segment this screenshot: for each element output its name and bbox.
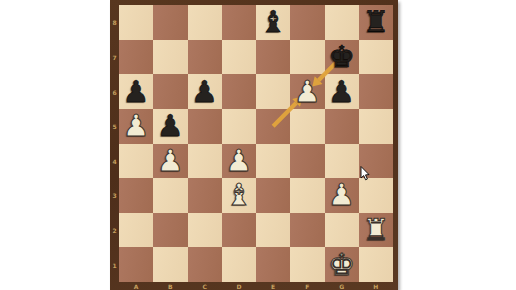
rank-label-3: 3: [110, 192, 119, 199]
square-d1[interactable]: [222, 247, 256, 282]
square-c2[interactable]: [188, 213, 222, 248]
rank-label-1: 1: [110, 261, 119, 268]
square-f5[interactable]: [290, 109, 324, 144]
square-g8[interactable]: [325, 5, 359, 40]
square-c1[interactable]: [188, 247, 222, 282]
square-h8[interactable]: ♜: [359, 5, 393, 40]
rank-label-8: 8: [110, 19, 119, 26]
square-c5[interactable]: [188, 109, 222, 144]
square-b4[interactable]: ♟: [153, 144, 187, 179]
square-a6[interactable]: ♟: [119, 74, 153, 109]
square-a3[interactable]: [119, 178, 153, 213]
square-d3[interactable]: ♝: [222, 178, 256, 213]
square-g7[interactable]: ♚: [325, 40, 359, 75]
square-a4[interactable]: [119, 144, 153, 179]
file-label-f: F: [305, 283, 309, 290]
square-f2[interactable]: [290, 213, 324, 248]
square-d2[interactable]: [222, 213, 256, 248]
square-e1[interactable]: [256, 247, 290, 282]
square-c8[interactable]: [188, 5, 222, 40]
square-c4[interactable]: [188, 144, 222, 179]
square-g1[interactable]: ♚: [325, 247, 359, 282]
piece-white-pawn-f6[interactable]: ♟: [290, 74, 324, 109]
square-e3[interactable]: [256, 178, 290, 213]
square-f3[interactable]: [290, 178, 324, 213]
piece-black-pawn-g6[interactable]: ♟: [325, 74, 359, 109]
rank-label-7: 7: [110, 53, 119, 60]
piece-white-pawn-a5[interactable]: ♟: [119, 109, 153, 144]
square-e8[interactable]: ♝: [256, 5, 290, 40]
piece-white-pawn-g3[interactable]: ♟: [325, 178, 359, 213]
square-g2[interactable]: [325, 213, 359, 248]
square-h7[interactable]: [359, 40, 393, 75]
square-f8[interactable]: [290, 5, 324, 40]
square-d5[interactable]: [222, 109, 256, 144]
square-a5[interactable]: ♟: [119, 109, 153, 144]
board-squares: ♝♜♚♟♟♟♟♟♟♟♟♝♟♜♚: [119, 5, 393, 282]
square-e7[interactable]: [256, 40, 290, 75]
piece-black-bishop-e8[interactable]: ♝: [256, 5, 290, 40]
page-background: ♝♜♚♟♟♟♟♟♟♟♟♝♟♜♚ 87654321ABCDEFGH: [0, 0, 516, 290]
rank-label-6: 6: [110, 88, 119, 95]
square-c7[interactable]: [188, 40, 222, 75]
square-f4[interactable]: [290, 144, 324, 179]
square-h6[interactable]: [359, 74, 393, 109]
file-label-a: A: [134, 283, 139, 290]
square-b7[interactable]: [153, 40, 187, 75]
square-h2[interactable]: ♜: [359, 213, 393, 248]
square-a1[interactable]: [119, 247, 153, 282]
square-d4[interactable]: ♟: [222, 144, 256, 179]
square-b2[interactable]: [153, 213, 187, 248]
square-a8[interactable]: [119, 5, 153, 40]
file-label-h: H: [373, 283, 378, 290]
square-f7[interactable]: [290, 40, 324, 75]
square-h3[interactable]: [359, 178, 393, 213]
rank-label-5: 5: [110, 123, 119, 130]
square-h1[interactable]: [359, 247, 393, 282]
square-e6[interactable]: [256, 74, 290, 109]
square-b1[interactable]: [153, 247, 187, 282]
square-e4[interactable]: [256, 144, 290, 179]
square-b5[interactable]: ♟: [153, 109, 187, 144]
square-b8[interactable]: [153, 5, 187, 40]
square-c6[interactable]: ♟: [188, 74, 222, 109]
square-h5[interactable]: [359, 109, 393, 144]
file-label-b: B: [168, 283, 173, 290]
square-e5[interactable]: [256, 109, 290, 144]
chess-board: ♝♜♚♟♟♟♟♟♟♟♟♝♟♜♚ 87654321ABCDEFGH: [110, 0, 398, 290]
square-f6[interactable]: ♟: [290, 74, 324, 109]
piece-black-pawn-c6[interactable]: ♟: [188, 74, 222, 109]
square-d8[interactable]: [222, 5, 256, 40]
square-b6[interactable]: [153, 74, 187, 109]
file-label-c: C: [202, 283, 206, 290]
square-g5[interactable]: [325, 109, 359, 144]
rank-label-2: 2: [110, 227, 119, 234]
piece-black-king-g7[interactable]: ♚: [325, 40, 359, 75]
piece-white-pawn-d4[interactable]: ♟: [222, 144, 256, 179]
file-label-g: G: [339, 283, 344, 290]
square-a2[interactable]: [119, 213, 153, 248]
piece-black-pawn-a6[interactable]: ♟: [119, 74, 153, 109]
square-h4[interactable]: [359, 144, 393, 179]
piece-white-bishop-d3[interactable]: ♝: [222, 178, 256, 213]
rank-label-4: 4: [110, 157, 119, 164]
square-f1[interactable]: [290, 247, 324, 282]
piece-white-pawn-b4[interactable]: ♟: [153, 144, 187, 179]
square-g6[interactable]: ♟: [325, 74, 359, 109]
file-label-e: E: [271, 283, 275, 290]
piece-white-king-g1[interactable]: ♚: [325, 247, 359, 282]
piece-white-rook-h2[interactable]: ♜: [359, 213, 393, 248]
square-d6[interactable]: [222, 74, 256, 109]
square-a7[interactable]: [119, 40, 153, 75]
square-e2[interactable]: [256, 213, 290, 248]
piece-black-rook-h8[interactable]: ♜: [359, 5, 393, 40]
square-b3[interactable]: [153, 178, 187, 213]
square-c3[interactable]: [188, 178, 222, 213]
square-g3[interactable]: ♟: [325, 178, 359, 213]
piece-black-pawn-b5[interactable]: ♟: [153, 109, 187, 144]
square-g4[interactable]: [325, 144, 359, 179]
file-label-d: D: [236, 283, 241, 290]
square-d7[interactable]: [222, 40, 256, 75]
